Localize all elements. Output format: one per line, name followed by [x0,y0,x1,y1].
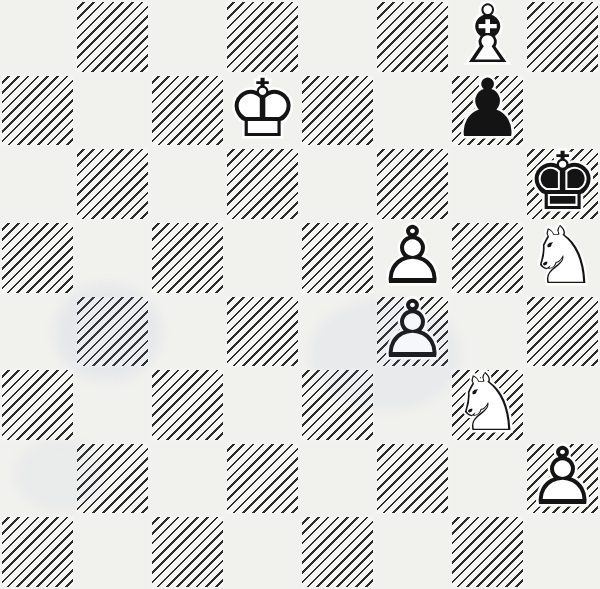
square-f2 [375,442,450,516]
white-knight: ♞♘ [450,368,525,442]
square-e6 [300,147,375,221]
square-b1 [75,515,150,589]
square-g5 [450,221,525,295]
square-f8 [375,0,450,74]
square-d8 [225,0,300,74]
white-king: ♚♔ [225,74,300,148]
square-h6: ♚♚ [525,147,600,221]
square-a1 [0,515,75,589]
square-a4 [0,295,75,369]
square-c8 [150,0,225,74]
square-c7 [150,74,225,148]
square-a7 [0,74,75,148]
chess-diagram-scan: ♝♗♚♔♟♟♚♚♟♙♞♘♟♙♞♘♟♙ [0,0,600,589]
square-f3 [375,368,450,442]
white-king-glyph: ♔ [227,69,299,149]
square-b5 [75,221,150,295]
square-b2 [75,442,150,516]
white-bishop-fill: ♝ [452,0,524,75]
square-c3 [150,368,225,442]
square-e3 [300,368,375,442]
square-h3 [525,368,600,442]
square-a8 [0,0,75,74]
square-f7 [375,74,450,148]
square-d5 [225,221,300,295]
square-g7: ♟♟ [450,74,525,148]
square-g6 [450,147,525,221]
white-knight-glyph: ♘ [452,363,524,443]
white-pawn: ♟♙ [375,221,450,295]
white-knight-fill: ♞ [452,363,524,443]
white-pawn-fill: ♟ [377,216,449,296]
square-b3 [75,368,150,442]
white-pawn: ♟♙ [525,442,600,516]
square-f6 [375,147,450,221]
square-e8 [300,0,375,74]
white-bishop: ♝♗ [450,0,525,74]
black-pawn: ♟♟ [450,74,525,148]
square-g8: ♝♗ [450,0,525,74]
square-c1 [150,515,225,589]
square-f1 [375,515,450,589]
chess-board: ♝♗♚♔♟♟♚♚♟♙♞♘♟♙♞♘♟♙ [0,0,600,589]
square-e1 [300,515,375,589]
square-c6 [150,147,225,221]
square-a6 [0,147,75,221]
white-pawn-glyph: ♙ [527,437,599,517]
square-g2 [450,442,525,516]
square-b4 [75,295,150,369]
white-knight-glyph: ♘ [527,216,599,296]
square-g1 [450,515,525,589]
white-pawn-glyph: ♙ [377,216,449,296]
white-pawn-fill: ♟ [527,437,599,517]
white-king-fill: ♚ [227,69,299,149]
square-f5: ♟♙ [375,221,450,295]
white-pawn: ♟♙ [375,295,450,369]
square-b8 [75,0,150,74]
square-a5 [0,221,75,295]
square-h4 [525,295,600,369]
square-h2: ♟♙ [525,442,600,516]
square-g3: ♞♘ [450,368,525,442]
white-knight: ♞♘ [525,221,600,295]
square-e4 [300,295,375,369]
square-d6 [225,147,300,221]
square-d7: ♚♔ [225,74,300,148]
square-e5 [300,221,375,295]
black-pawn-fill: ♟ [452,69,524,149]
square-d4 [225,295,300,369]
white-pawn-glyph: ♙ [377,290,449,370]
square-d3 [225,368,300,442]
square-d2 [225,442,300,516]
black-king-glyph: ♚ [527,142,599,222]
black-king: ♚♚ [525,147,600,221]
square-h8 [525,0,600,74]
white-pawn-fill: ♟ [377,290,449,370]
square-h1 [525,515,600,589]
square-e7 [300,74,375,148]
white-bishop-glyph: ♗ [452,0,524,75]
square-a3 [0,368,75,442]
square-b6 [75,147,150,221]
square-f4: ♟♙ [375,295,450,369]
black-pawn-glyph: ♟ [452,69,524,149]
square-a2 [0,442,75,516]
square-h5: ♞♘ [525,221,600,295]
square-g4 [450,295,525,369]
square-e2 [300,442,375,516]
square-h7 [525,74,600,148]
square-c4 [150,295,225,369]
square-d1 [225,515,300,589]
square-c2 [150,442,225,516]
black-king-fill: ♚ [527,142,599,222]
white-knight-fill: ♞ [527,216,599,296]
square-c5 [150,221,225,295]
square-b7 [75,74,150,148]
